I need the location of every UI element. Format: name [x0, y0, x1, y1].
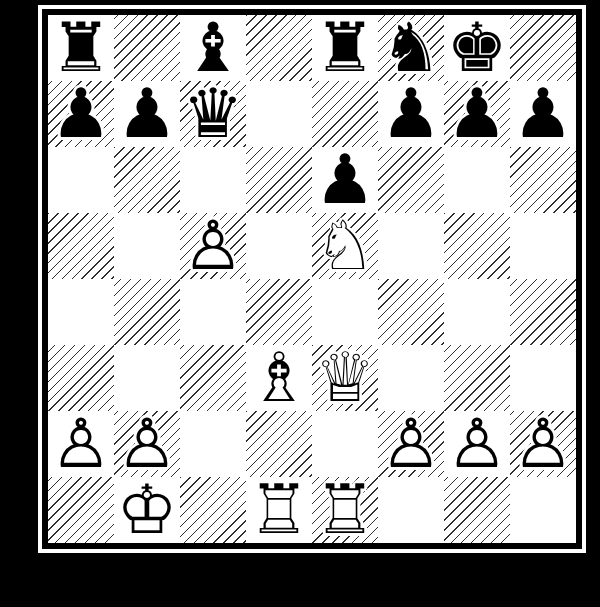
black-pawn-f7[interactable]: ♟♟ [378, 81, 444, 147]
square-d5[interactable] [246, 213, 312, 279]
square-e8[interactable]: ♜♜ [312, 15, 378, 81]
square-g3[interactable] [444, 345, 510, 411]
white-pawn-icon: ♙ [378, 411, 444, 477]
square-f1[interactable] [378, 477, 444, 543]
square-f5[interactable] [378, 213, 444, 279]
square-f8[interactable]: ♞♞ [378, 15, 444, 81]
black-pawn-icon: ♟ [378, 81, 444, 147]
black-pawn-g7[interactable]: ♟♟ [444, 81, 510, 147]
black-pawn-icon: ♟ [444, 81, 510, 147]
square-e4[interactable] [312, 279, 378, 345]
white-knight-e5[interactable]: ♞♘ [312, 213, 378, 279]
black-pawn-a7[interactable]: ♟♟ [48, 81, 114, 147]
square-b6[interactable] [114, 147, 180, 213]
white-pawn-icon: ♙ [444, 411, 510, 477]
square-g2[interactable]: ♟♙ [444, 411, 510, 477]
white-king-icon: ♔ [114, 477, 180, 543]
black-pawn-b7[interactable]: ♟♟ [114, 81, 180, 147]
square-g6[interactable] [444, 147, 510, 213]
white-pawn-a2[interactable]: ♟♙ [48, 411, 114, 477]
chess-board: ♜♜♝♝♜♜♞♞♚♚♟♟♟♟♛♛♟♟♟♟♟♟♟♟♟♙♞♘♝♗♛♕♟♙♟♙♟♙♟♙… [42, 9, 582, 549]
square-a8[interactable]: ♜♜ [48, 15, 114, 81]
square-e6[interactable]: ♟♟ [312, 147, 378, 213]
square-a5[interactable] [48, 213, 114, 279]
white-pawn-icon: ♙ [510, 411, 576, 477]
square-b8[interactable] [114, 15, 180, 81]
square-f2[interactable]: ♟♙ [378, 411, 444, 477]
square-b1[interactable]: ♚♔ [114, 477, 180, 543]
square-h1[interactable] [510, 477, 576, 543]
square-a4[interactable] [48, 279, 114, 345]
square-d4[interactable] [246, 279, 312, 345]
black-rook-e8[interactable]: ♜♜ [312, 15, 378, 81]
square-h3[interactable] [510, 345, 576, 411]
square-d6[interactable] [246, 147, 312, 213]
white-pawn-icon: ♙ [48, 411, 114, 477]
square-c1[interactable] [180, 477, 246, 543]
square-g5[interactable] [444, 213, 510, 279]
square-c5[interactable]: ♟♙ [180, 213, 246, 279]
square-g8[interactable]: ♚♚ [444, 15, 510, 81]
square-b5[interactable] [114, 213, 180, 279]
square-e7[interactable] [312, 81, 378, 147]
black-pawn-icon: ♟ [312, 147, 378, 213]
square-b4[interactable] [114, 279, 180, 345]
square-d7[interactable] [246, 81, 312, 147]
white-rook-e1[interactable]: ♜♖ [312, 477, 378, 543]
square-d2[interactable] [246, 411, 312, 477]
square-h5[interactable] [510, 213, 576, 279]
square-f7[interactable]: ♟♟ [378, 81, 444, 147]
square-c7[interactable]: ♛♛ [180, 81, 246, 147]
black-queen-icon: ♛ [180, 81, 246, 147]
square-a2[interactable]: ♟♙ [48, 411, 114, 477]
black-pawn-e6[interactable]: ♟♟ [312, 147, 378, 213]
white-pawn-f2[interactable]: ♟♙ [378, 411, 444, 477]
white-pawn-b2[interactable]: ♟♙ [114, 411, 180, 477]
black-rook-icon: ♜ [312, 15, 378, 81]
white-queen-icon: ♕ [312, 345, 378, 411]
square-a3[interactable] [48, 345, 114, 411]
black-knight-f8[interactable]: ♞♞ [378, 15, 444, 81]
square-f6[interactable] [378, 147, 444, 213]
square-c6[interactable] [180, 147, 246, 213]
square-c2[interactable] [180, 411, 246, 477]
black-king-g8[interactable]: ♚♚ [444, 15, 510, 81]
white-rook-d1[interactable]: ♜♖ [246, 477, 312, 543]
square-a6[interactable] [48, 147, 114, 213]
square-g7[interactable]: ♟♟ [444, 81, 510, 147]
square-e2[interactable] [312, 411, 378, 477]
black-pawn-icon: ♟ [48, 81, 114, 147]
square-d3[interactable]: ♝♗ [246, 345, 312, 411]
board-plate: ♜♜♝♝♜♜♞♞♚♚♟♟♟♟♛♛♟♟♟♟♟♟♟♟♟♙♞♘♝♗♛♕♟♙♟♙♟♙♟♙… [38, 5, 586, 553]
square-d8[interactable] [246, 15, 312, 81]
black-pawn-h7[interactable]: ♟♟ [510, 81, 576, 147]
diagram-canvas: ♜♜♝♝♜♜♞♞♚♚♟♟♟♟♛♛♟♟♟♟♟♟♟♟♟♙♞♘♝♗♛♕♟♙♟♙♟♙♟♙… [0, 0, 600, 607]
black-bishop-c8[interactable]: ♝♝ [180, 15, 246, 81]
square-c3[interactable] [180, 345, 246, 411]
white-knight-icon: ♘ [312, 213, 378, 279]
square-g1[interactable] [444, 477, 510, 543]
square-h6[interactable] [510, 147, 576, 213]
square-e1[interactable]: ♜♖ [312, 477, 378, 543]
square-e5[interactable]: ♞♘ [312, 213, 378, 279]
square-h2[interactable]: ♟♙ [510, 411, 576, 477]
black-rook-a8[interactable]: ♜♜ [48, 15, 114, 81]
white-queen-e3[interactable]: ♛♕ [312, 345, 378, 411]
square-b3[interactable] [114, 345, 180, 411]
white-rook-icon: ♖ [312, 477, 378, 543]
square-c8[interactable]: ♝♝ [180, 15, 246, 81]
black-bishop-icon: ♝ [180, 15, 246, 81]
square-d1[interactable]: ♜♖ [246, 477, 312, 543]
white-pawn-icon: ♙ [114, 411, 180, 477]
square-f3[interactable] [378, 345, 444, 411]
square-h4[interactable] [510, 279, 576, 345]
black-knight-icon: ♞ [378, 15, 444, 81]
white-pawn-c5[interactable]: ♟♙ [180, 213, 246, 279]
square-h8[interactable] [510, 15, 576, 81]
square-f4[interactable] [378, 279, 444, 345]
black-pawn-icon: ♟ [114, 81, 180, 147]
square-c4[interactable] [180, 279, 246, 345]
white-pawn-h2[interactable]: ♟♙ [510, 411, 576, 477]
black-queen-c7[interactable]: ♛♛ [180, 81, 246, 147]
square-b2[interactable]: ♟♙ [114, 411, 180, 477]
square-g4[interactable] [444, 279, 510, 345]
black-pawn-icon: ♟ [510, 81, 576, 147]
square-h7[interactable]: ♟♟ [510, 81, 576, 147]
white-king-b1[interactable]: ♚♔ [114, 477, 180, 543]
square-e3[interactable]: ♛♕ [312, 345, 378, 411]
white-pawn-g2[interactable]: ♟♙ [444, 411, 510, 477]
square-a1[interactable] [48, 477, 114, 543]
white-rook-icon: ♖ [246, 477, 312, 543]
black-king-icon: ♚ [444, 15, 510, 81]
white-bishop-d3[interactable]: ♝♗ [246, 345, 312, 411]
white-pawn-icon: ♙ [180, 213, 246, 279]
square-a7[interactable]: ♟♟ [48, 81, 114, 147]
square-b7[interactable]: ♟♟ [114, 81, 180, 147]
black-rook-icon: ♜ [48, 15, 114, 81]
white-bishop-icon: ♗ [246, 345, 312, 411]
